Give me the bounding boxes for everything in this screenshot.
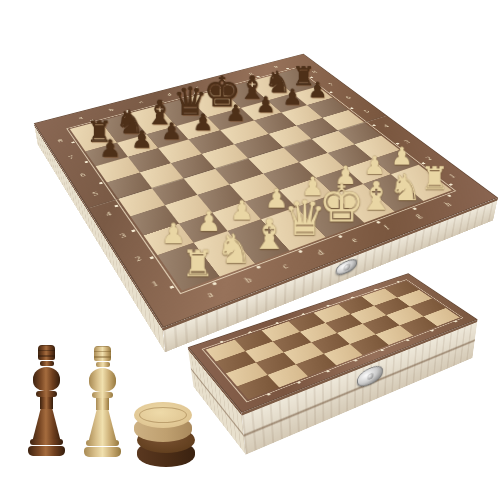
checker-top bbox=[134, 402, 192, 428]
piece-segment bbox=[96, 362, 110, 367]
piece-segment bbox=[40, 397, 53, 409]
piece-segment bbox=[38, 345, 55, 360]
piece-segment bbox=[89, 368, 116, 392]
checkers-discs bbox=[134, 402, 196, 468]
piece-segment bbox=[84, 447, 121, 457]
light-checker-disc bbox=[134, 402, 192, 442]
square-g5 bbox=[296, 118, 338, 139]
coordinate-label: 6 bbox=[72, 165, 94, 186]
dark-pawn-piece: ♟ bbox=[256, 94, 276, 116]
dark-pawn-piece: ♟ bbox=[99, 137, 121, 161]
piece-segment bbox=[30, 439, 63, 445]
light-rook-piece: ♜ bbox=[420, 163, 449, 195]
piece-segment bbox=[31, 409, 62, 439]
piece-segment bbox=[96, 398, 109, 410]
piece-segment bbox=[86, 440, 119, 446]
light-bishop-piece: ♝ bbox=[250, 214, 288, 256]
product-photo: abcdefgh abcdefgh 87654321 87654321 ♜♞♝♛… bbox=[0, 0, 500, 500]
dark-pawn-piece: ♟ bbox=[131, 128, 152, 152]
light-display-piece bbox=[84, 346, 121, 457]
dark-display-piece bbox=[28, 345, 65, 456]
dark-pawn-piece: ♟ bbox=[161, 120, 182, 143]
piece-segment bbox=[33, 367, 60, 391]
piece-segment bbox=[94, 346, 111, 361]
piece-segment bbox=[87, 410, 118, 440]
light-knight-piece: ♞ bbox=[216, 228, 253, 269]
light-knight-piece: ♞ bbox=[389, 169, 422, 206]
metal-clasp-icon bbox=[335, 257, 357, 278]
dark-pawn-piece: ♟ bbox=[308, 80, 327, 101]
dark-pawn-piece: ♟ bbox=[283, 87, 302, 109]
light-rook-piece: ♜ bbox=[182, 245, 215, 282]
piece-segment bbox=[40, 361, 54, 366]
dark-pawn-piece: ♟ bbox=[192, 111, 213, 134]
light-queen-piece: ♛ bbox=[283, 195, 326, 243]
piece-segment bbox=[28, 446, 65, 456]
dark-pawn-piece: ♟ bbox=[226, 102, 246, 124]
